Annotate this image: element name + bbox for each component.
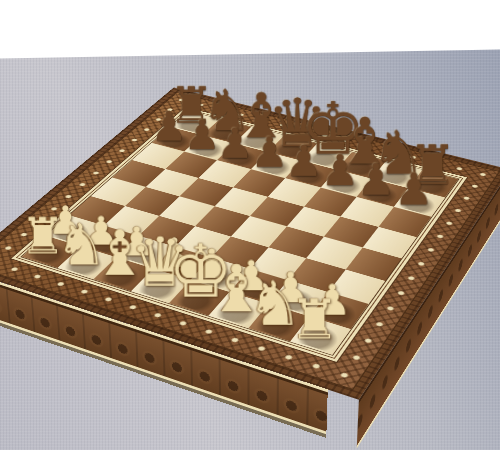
- white-king-e1[interactable]: ♚: [168, 238, 213, 307]
- square-h4[interactable]: [345, 247, 401, 280]
- chess-box: ♜♞♝♛♚♝♞♜♟♟♟♟♟♟♟♟♟♟♟♟♟♟♟♟♜♞♝♛♚♝♞♜: [0, 88, 500, 400]
- black-pawn-e7[interactable]: ♟: [284, 141, 323, 181]
- black-pawn-a7[interactable]: ♟: [150, 108, 187, 146]
- carved-outer-rim: ♜♞♝♛♚♝♞♜♟♟♟♟♟♟♟♟♟♟♟♟♟♟♟♟♜♞♝♛♚♝♞♜: [0, 88, 500, 400]
- black-pawn-c7[interactable]: ♟: [216, 124, 254, 163]
- black-pawn-b7[interactable]: ♟: [183, 116, 221, 155]
- product-photo: { "game": "chess", "scene": { "descripti…: [0, 0, 500, 450]
- scene: ♜♞♝♛♚♝♞♜♟♟♟♟♟♟♟♟♟♟♟♟♟♟♟♟♜♞♝♛♚♝♞♜: [0, 0, 500, 450]
- black-pawn-h7[interactable]: ♟: [393, 169, 433, 211]
- black-pawn-f7[interactable]: ♟: [320, 150, 359, 191]
- black-pawn-d7[interactable]: ♟: [250, 133, 288, 173]
- white-knight-g1[interactable]: ♞: [247, 275, 293, 333]
- white-bishop-f1[interactable]: ♝: [207, 258, 252, 320]
- black-pawn-g7[interactable]: ♟: [356, 159, 396, 200]
- white-rook-h1[interactable]: ♜: [289, 294, 336, 347]
- square-c5[interactable]: [179, 178, 232, 206]
